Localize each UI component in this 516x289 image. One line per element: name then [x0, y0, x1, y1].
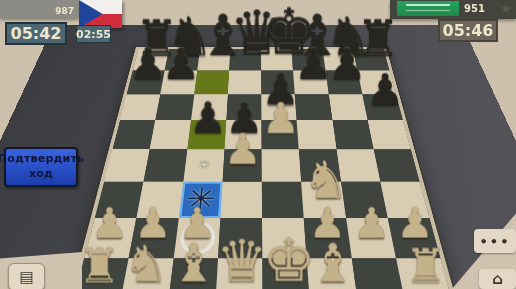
more-options-icon: ••• — [480, 234, 511, 249]
czech-flag-icon — [79, 0, 122, 28]
right-player-badge — [397, 1, 459, 16]
home-button[interactable]: ⌂ — [479, 269, 516, 289]
right-player-rating: 951 — [464, 3, 485, 14]
right-clock-main: 05:46 — [438, 19, 498, 42]
moves-list-icon: ▤ — [19, 268, 33, 286]
left-player-rating: 987 — [55, 6, 74, 16]
left-clock-reserve: 02:55 — [76, 25, 111, 43]
chess-app-screen: { "game": "chess", "position": { "fen": … — [0, 0, 516, 289]
confirm-move-label-line1: Подтвердить — [0, 152, 84, 167]
left-player-banner: 987 — [0, 0, 79, 18]
left-clock-main: 05:42 — [5, 22, 67, 45]
confirm-move-label-line2: ход — [29, 167, 53, 182]
confirm-move-button[interactable]: Подтвердить ход — [4, 147, 78, 187]
right-player-banner: 951 ★ — [390, 0, 516, 19]
hud-overlay: 987 951 ★ 05:42 02:55 05:46 Подтвердить … — [0, 0, 516, 289]
more-options-button[interactable]: ••• — [474, 229, 516, 253]
moves-list-button[interactable]: ▤ — [8, 263, 45, 289]
star-icon: ★ — [500, 1, 512, 16]
home-icon: ⌂ — [492, 270, 503, 288]
